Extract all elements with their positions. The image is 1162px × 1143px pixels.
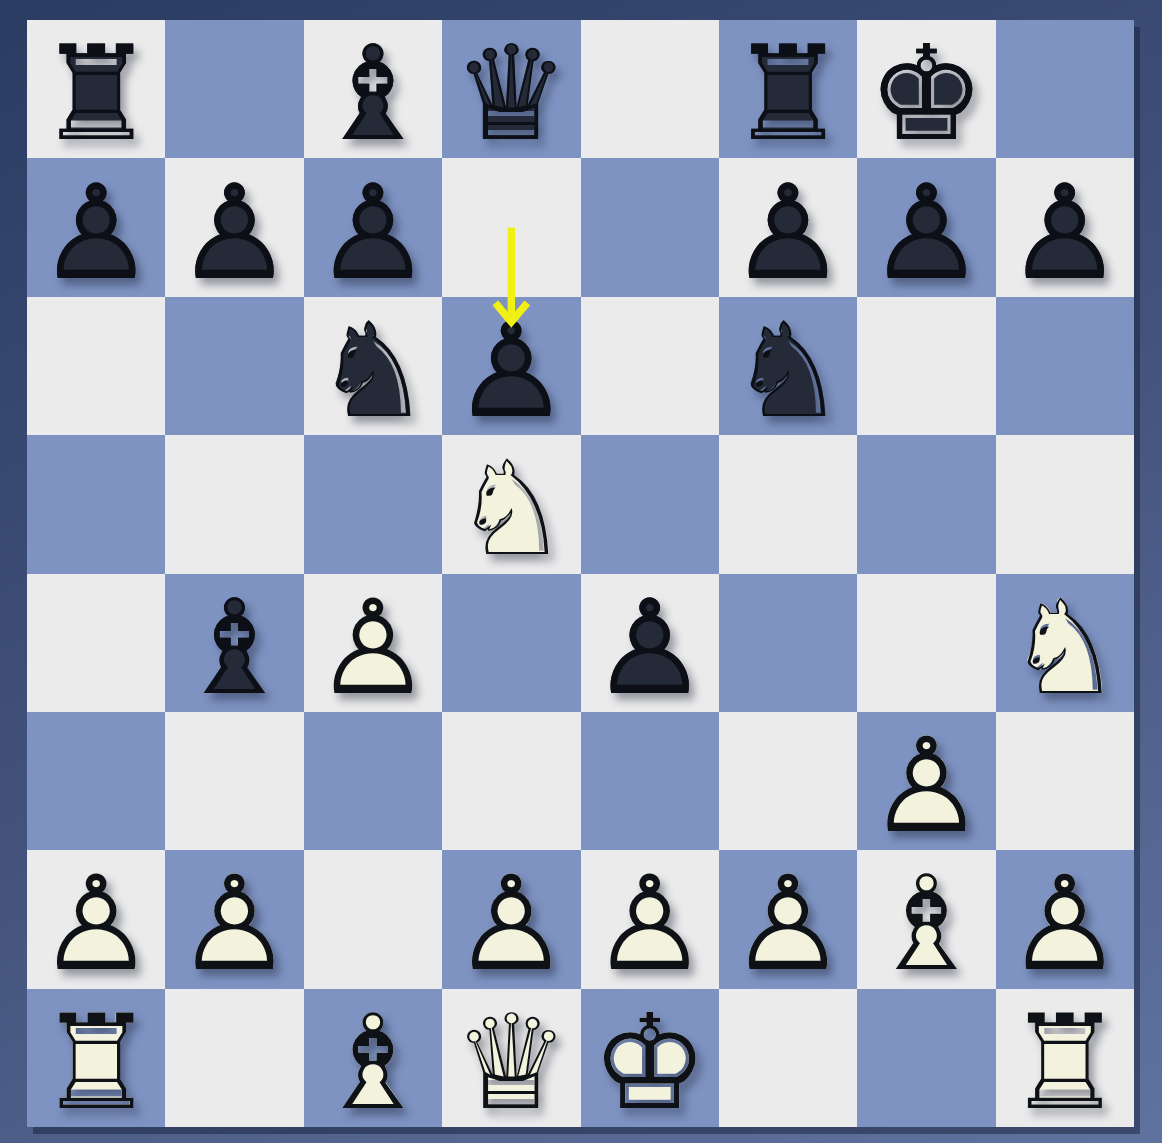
square-e7[interactable] — [581, 158, 719, 296]
pawn-glyph-outline: ♙ — [166, 855, 304, 993]
square-b2[interactable]: ♟♙ — [165, 850, 303, 988]
pawn-glyph-outline: ♙ — [166, 164, 304, 302]
square-b5[interactable] — [165, 435, 303, 573]
pawn-glyph-outline: ♙ — [719, 855, 857, 993]
square-e2[interactable]: ♟♙ — [581, 850, 719, 988]
square-e1[interactable]: ♚♔ — [581, 989, 719, 1127]
square-d2[interactable]: ♟♙ — [442, 850, 580, 988]
pawn-glyph-outline: ♙ — [27, 855, 165, 993]
square-b1[interactable] — [165, 989, 303, 1127]
square-c8[interactable]: ♝♗ — [304, 20, 442, 158]
piece-black-queen[interactable]: ♛♕ — [442, 25, 580, 163]
knight-glyph-outline: ♘ — [442, 440, 580, 578]
square-g4[interactable] — [857, 574, 995, 712]
piece-black-pawn[interactable]: ♟♙ — [442, 302, 580, 440]
piece-black-pawn[interactable]: ♟♙ — [166, 164, 304, 302]
square-d8[interactable]: ♛♕ — [442, 20, 580, 158]
piece-white-pawn[interactable]: ♟♙ — [857, 717, 995, 855]
app-background: ♜♖♝♗♛♕♜♖♚♔♟♙♟♙♟♙♟♙♟♙♟♙♞♘♟♙♞♘♞♘♝♗♟♙♟♙♞♘♟♙… — [0, 0, 1162, 1143]
pawn-glyph-outline: ♙ — [27, 164, 165, 302]
square-a5[interactable] — [27, 435, 165, 573]
piece-black-rook[interactable]: ♜♖ — [719, 25, 857, 163]
square-g2[interactable]: ♝♗ — [857, 850, 995, 988]
square-e6[interactable] — [581, 297, 719, 435]
square-d4[interactable] — [442, 574, 580, 712]
piece-white-rook[interactable]: ♜♖ — [27, 994, 165, 1132]
pawn-glyph-outline: ♙ — [581, 579, 719, 717]
knight-glyph-outline: ♘ — [719, 302, 857, 440]
piece-black-pawn[interactable]: ♟♙ — [27, 164, 165, 302]
piece-black-bishop[interactable]: ♝♗ — [304, 25, 442, 163]
piece-black-knight[interactable]: ♞♘ — [719, 302, 857, 440]
square-g7[interactable]: ♟♙ — [857, 158, 995, 296]
piece-white-pawn[interactable]: ♟♙ — [442, 855, 580, 993]
piece-black-king[interactable]: ♚♔ — [857, 25, 995, 163]
piece-black-rook[interactable]: ♜♖ — [27, 25, 165, 163]
square-g6[interactable] — [857, 297, 995, 435]
pawn-glyph-outline: ♙ — [581, 855, 719, 993]
square-d1[interactable]: ♛♕ — [442, 989, 580, 1127]
piece-white-pawn[interactable]: ♟♙ — [719, 855, 857, 993]
piece-black-pawn[interactable]: ♟♙ — [719, 164, 857, 302]
square-f1[interactable] — [719, 989, 857, 1127]
pawn-glyph-outline: ♙ — [996, 855, 1134, 993]
pawn-glyph-outline: ♙ — [857, 164, 995, 302]
square-b8[interactable] — [165, 20, 303, 158]
king-glyph-outline: ♔ — [857, 25, 995, 163]
pawn-glyph-outline: ♙ — [442, 855, 580, 993]
square-f8[interactable]: ♜♖ — [719, 20, 857, 158]
bishop-glyph-outline: ♗ — [304, 994, 442, 1132]
rook-glyph-outline: ♖ — [27, 994, 165, 1132]
square-h7[interactable]: ♟♙ — [996, 158, 1134, 296]
square-c1[interactable]: ♝♗ — [304, 989, 442, 1127]
piece-black-knight[interactable]: ♞♘ — [304, 302, 442, 440]
square-g8[interactable]: ♚♔ — [857, 20, 995, 158]
rook-glyph-outline: ♖ — [27, 25, 165, 163]
square-a4[interactable] — [27, 574, 165, 712]
knight-glyph-outline: ♘ — [304, 302, 442, 440]
bishop-glyph-outline: ♗ — [166, 579, 304, 717]
square-c5[interactable] — [304, 435, 442, 573]
square-g3[interactable]: ♟♙ — [857, 712, 995, 850]
piece-black-pawn[interactable]: ♟♙ — [304, 164, 442, 302]
square-f5[interactable] — [719, 435, 857, 573]
square-b6[interactable] — [165, 297, 303, 435]
square-a8[interactable]: ♜♖ — [27, 20, 165, 158]
pawn-glyph-outline: ♙ — [304, 579, 442, 717]
square-c3[interactable] — [304, 712, 442, 850]
square-a6[interactable] — [27, 297, 165, 435]
square-c6[interactable]: ♞♘ — [304, 297, 442, 435]
pawn-glyph-outline: ♙ — [442, 302, 580, 440]
bishop-glyph-outline: ♗ — [857, 855, 995, 993]
piece-white-king[interactable]: ♚♔ — [581, 994, 719, 1132]
square-f2[interactable]: ♟♙ — [719, 850, 857, 988]
piece-white-bishop[interactable]: ♝♗ — [857, 855, 995, 993]
square-a1[interactable]: ♜♖ — [27, 989, 165, 1127]
piece-black-bishop[interactable]: ♝♗ — [166, 579, 304, 717]
square-c4[interactable]: ♟♙ — [304, 574, 442, 712]
piece-white-pawn[interactable]: ♟♙ — [166, 855, 304, 993]
square-d6[interactable]: ♟♙ — [442, 297, 580, 435]
square-d7[interactable] — [442, 158, 580, 296]
king-glyph-outline: ♔ — [581, 994, 719, 1132]
piece-white-knight[interactable]: ♞♘ — [996, 579, 1134, 717]
square-c2[interactable] — [304, 850, 442, 988]
square-a7[interactable]: ♟♙ — [27, 158, 165, 296]
pawn-glyph-outline: ♙ — [996, 164, 1134, 302]
board-squares: ♜♖♝♗♛♕♜♖♚♔♟♙♟♙♟♙♟♙♟♙♟♙♞♘♟♙♞♘♞♘♝♗♟♙♟♙♞♘♟♙… — [27, 20, 1134, 1127]
square-e4[interactable]: ♟♙ — [581, 574, 719, 712]
piece-white-rook[interactable]: ♜♖ — [996, 994, 1134, 1132]
square-h2[interactable]: ♟♙ — [996, 850, 1134, 988]
square-e8[interactable] — [581, 20, 719, 158]
piece-white-bishop[interactable]: ♝♗ — [304, 994, 442, 1132]
square-a2[interactable]: ♟♙ — [27, 850, 165, 988]
rook-glyph-outline: ♖ — [996, 994, 1134, 1132]
chess-board: ♜♖♝♗♛♕♜♖♚♔♟♙♟♙♟♙♟♙♟♙♟♙♞♘♟♙♞♘♞♘♝♗♟♙♟♙♞♘♟♙… — [27, 20, 1134, 1127]
square-d3[interactable] — [442, 712, 580, 850]
square-h4[interactable]: ♞♘ — [996, 574, 1134, 712]
queen-glyph-outline: ♕ — [442, 25, 580, 163]
pawn-glyph-outline: ♙ — [304, 164, 442, 302]
square-h8[interactable] — [996, 20, 1134, 158]
piece-black-pawn[interactable]: ♟♙ — [857, 164, 995, 302]
piece-white-pawn[interactable]: ♟♙ — [27, 855, 165, 993]
square-b4[interactable]: ♝♗ — [165, 574, 303, 712]
piece-white-pawn[interactable]: ♟♙ — [996, 855, 1134, 993]
pawn-glyph-outline: ♙ — [719, 164, 857, 302]
square-h3[interactable] — [996, 712, 1134, 850]
square-h5[interactable] — [996, 435, 1134, 573]
rook-glyph-outline: ♖ — [719, 25, 857, 163]
square-e3[interactable] — [581, 712, 719, 850]
piece-white-knight[interactable]: ♞♘ — [442, 440, 580, 578]
knight-glyph-outline: ♘ — [996, 579, 1134, 717]
square-f7[interactable]: ♟♙ — [719, 158, 857, 296]
piece-black-pawn[interactable]: ♟♙ — [581, 579, 719, 717]
piece-white-queen[interactable]: ♛♕ — [442, 994, 580, 1132]
square-h1[interactable]: ♜♖ — [996, 989, 1134, 1127]
square-f4[interactable] — [719, 574, 857, 712]
square-d5[interactable]: ♞♘ — [442, 435, 580, 573]
square-f6[interactable]: ♞♘ — [719, 297, 857, 435]
piece-black-pawn[interactable]: ♟♙ — [996, 164, 1134, 302]
piece-white-pawn[interactable]: ♟♙ — [581, 855, 719, 993]
square-b7[interactable]: ♟♙ — [165, 158, 303, 296]
piece-white-pawn[interactable]: ♟♙ — [304, 579, 442, 717]
square-b3[interactable] — [165, 712, 303, 850]
square-f3[interactable] — [719, 712, 857, 850]
square-c7[interactable]: ♟♙ — [304, 158, 442, 296]
square-g1[interactable] — [857, 989, 995, 1127]
bishop-glyph-outline: ♗ — [304, 25, 442, 163]
queen-glyph-outline: ♕ — [442, 994, 580, 1132]
square-g5[interactable] — [857, 435, 995, 573]
square-e5[interactable] — [581, 435, 719, 573]
pawn-glyph-outline: ♙ — [857, 717, 995, 855]
square-a3[interactable] — [27, 712, 165, 850]
square-h6[interactable] — [996, 297, 1134, 435]
